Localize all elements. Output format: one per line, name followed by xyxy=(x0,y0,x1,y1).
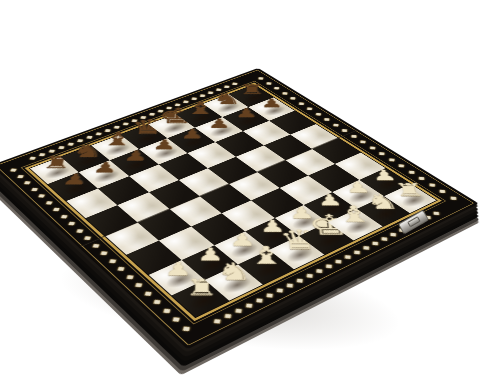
product-photo-stage: ◆◆◆◆◆◆◆◆◆◆◆◆◆◆◆◆◆◆◆◆◆◆◆◆ ◆◆◆◆◆◆◆◆◆◆◆◆◆◆◆… xyxy=(0,0,500,383)
piece-white-rook[interactable]: ♜ xyxy=(182,277,220,298)
piece-black-knight[interactable]: ♞ xyxy=(70,142,105,159)
piece-black-pawn[interactable]: ♟ xyxy=(57,173,93,187)
piece-white-knight[interactable]: ♞ xyxy=(216,260,254,283)
piece-white-pawn[interactable]: ♟ xyxy=(159,260,197,278)
piece-white-pawn[interactable]: ♟ xyxy=(224,232,260,248)
board-grid: ♜♞♝♛♚♝♞♜♟♟♟♟♟♟♟♟♟♟♟♟♟♟♟♟♜♞♝♛♚♝♞♜ xyxy=(30,85,436,317)
piece-black-pawn[interactable]: ♟ xyxy=(231,108,262,120)
square-c4[interactable] xyxy=(169,196,221,226)
square-b3[interactable] xyxy=(159,227,213,260)
piece-black-pawn[interactable]: ♟ xyxy=(88,161,123,175)
piece-black-pawn[interactable]: ♟ xyxy=(148,139,181,152)
piece-black-pawn[interactable]: ♟ xyxy=(176,128,208,140)
piece-black-bishop[interactable]: ♝ xyxy=(100,131,134,148)
piece-black-pawn[interactable]: ♟ xyxy=(118,150,152,163)
board-camera: ◆◆◆◆◆◆◆◆◆◆◆◆◆◆◆◆◆◆◆◆◆◆◆◆ ◆◆◆◆◆◆◆◆◆◆◆◆◆◆◆… xyxy=(55,10,403,358)
square-c3[interactable] xyxy=(191,213,245,245)
piece-black-pawn[interactable]: ♟ xyxy=(204,118,235,130)
piece-black-rook[interactable]: ♜ xyxy=(39,155,75,171)
piece-white-pawn[interactable]: ♟ xyxy=(192,246,229,263)
